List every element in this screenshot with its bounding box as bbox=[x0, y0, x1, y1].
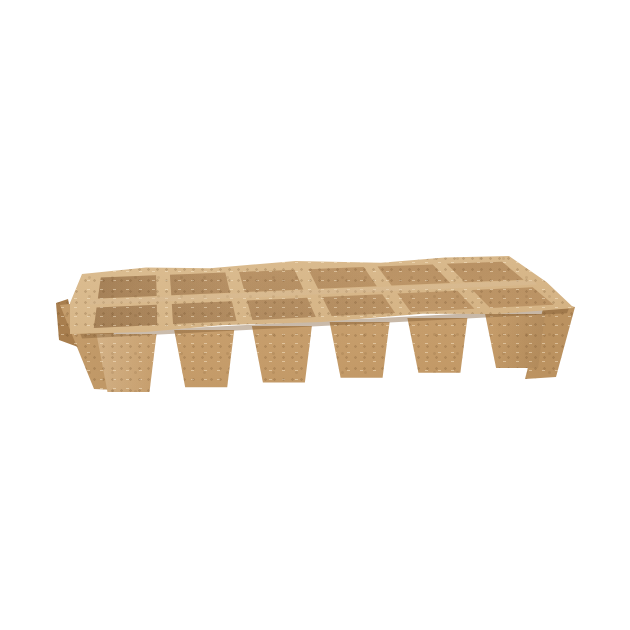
product-image bbox=[0, 0, 630, 630]
